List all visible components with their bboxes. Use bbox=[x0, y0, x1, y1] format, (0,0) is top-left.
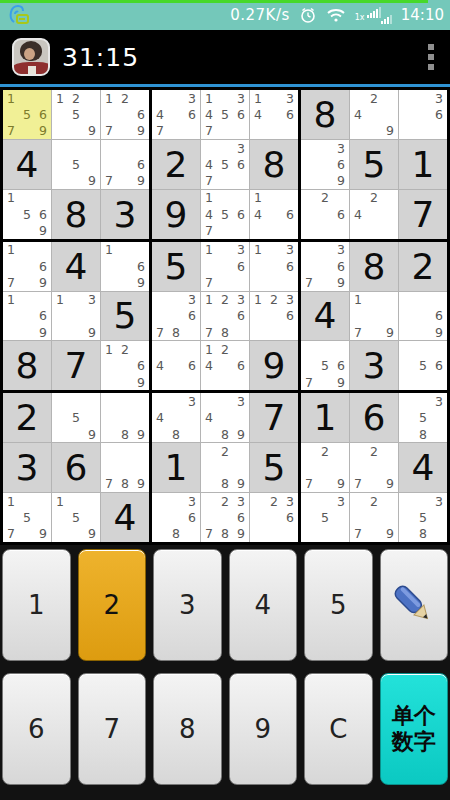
sudoku-cell-r8c7[interactable]: 279 bbox=[301, 443, 349, 492]
sudoku-cell-r2c8[interactable]: 5 bbox=[350, 140, 398, 189]
pencil-icon bbox=[387, 578, 441, 632]
sudoku-cell-r1c2[interactable]: 1259 bbox=[52, 90, 100, 139]
cell-value: 1 bbox=[301, 393, 349, 442]
sudoku-cell-r6c5[interactable]: 1246 bbox=[201, 341, 249, 390]
cell-notes: 34567 bbox=[201, 140, 249, 189]
cell-notes: 358 bbox=[399, 493, 447, 542]
sudoku-cell-r7c2[interactable]: 59 bbox=[52, 393, 100, 442]
key-label: 7 bbox=[103, 714, 120, 744]
sudoku-cell-r9c4[interactable]: 368 bbox=[152, 493, 200, 542]
sudoku-cell-r7c7[interactable]: 1 bbox=[301, 393, 349, 442]
cell-notes: 1346 bbox=[250, 90, 298, 139]
key-1[interactable]: 1 bbox=[2, 549, 71, 661]
sudoku-cell-r8c2[interactable]: 6 bbox=[52, 443, 100, 492]
sudoku-cell-r8c4[interactable]: 1 bbox=[152, 443, 200, 492]
cell-notes: 1246 bbox=[201, 341, 249, 390]
cell-value: 4 bbox=[301, 292, 349, 341]
sudoku-cell-r6c4[interactable]: 46 bbox=[152, 341, 200, 390]
cell-notes: 15679 bbox=[3, 90, 51, 139]
sudoku-cell-r7c6[interactable]: 7 bbox=[250, 393, 298, 442]
cell-notes: 3678 bbox=[152, 292, 200, 341]
sudoku-block: 259893678915791594 bbox=[3, 393, 149, 542]
sudoku-cell-r3c4[interactable]: 9 bbox=[152, 190, 200, 239]
cell-value: 5 bbox=[152, 242, 200, 291]
cell-notes: 69 bbox=[399, 292, 447, 341]
sudoku-block: 16358279279435279358 bbox=[301, 393, 447, 542]
sudoku-cell-r8c1[interactable]: 3 bbox=[3, 443, 51, 492]
cell-notes: 279 bbox=[350, 443, 398, 492]
key-9[interactable]: 9 bbox=[229, 673, 298, 785]
cell-notes: 358 bbox=[399, 393, 447, 442]
sudoku-cell-r2c3[interactable]: 679 bbox=[101, 140, 149, 189]
cell-value: 3 bbox=[3, 443, 51, 492]
sudoku-cell-r8c6[interactable]: 5 bbox=[250, 443, 298, 492]
cell-notes: 3467 bbox=[152, 90, 200, 139]
key-label: 6 bbox=[28, 714, 45, 744]
sudoku-block: 3483489712895368236789236 bbox=[152, 393, 298, 542]
sudoku-cell-r4c1[interactable]: 1679 bbox=[3, 242, 51, 291]
sudoku-cell-r5c3[interactable]: 5 bbox=[101, 292, 149, 341]
cell-notes: 348 bbox=[152, 393, 200, 442]
sudoku-cell-r3c9[interactable]: 7 bbox=[399, 190, 447, 239]
cell-notes: 123678 bbox=[201, 292, 249, 341]
sudoku-cell-r1c3[interactable]: 12679 bbox=[101, 90, 149, 139]
sudoku-block: 15679125912679459679156983 bbox=[3, 90, 149, 239]
cell-value: 4 bbox=[52, 242, 100, 291]
cell-notes: 169 bbox=[101, 242, 149, 291]
sudoku-block: 167941691691395871269 bbox=[3, 242, 149, 391]
sudoku-cell-r2c2[interactable]: 59 bbox=[52, 140, 100, 189]
cell-value: 4 bbox=[3, 140, 51, 189]
cell-value: 8 bbox=[52, 190, 100, 239]
cell-notes: 136 bbox=[250, 242, 298, 291]
cell-notes: 368 bbox=[152, 493, 200, 542]
sudoku-cell-r2c4[interactable]: 2 bbox=[152, 140, 200, 189]
cell-notes: 789 bbox=[101, 443, 149, 492]
cell-value: 6 bbox=[350, 393, 398, 442]
cell-notes: 146 bbox=[250, 190, 298, 239]
key-2[interactable]: 2 bbox=[78, 549, 147, 661]
sudoku-board: 1567912591267945967915698334671345671346… bbox=[0, 87, 450, 545]
key-label: 5 bbox=[330, 590, 347, 620]
cell-value: 7 bbox=[399, 190, 447, 239]
sudoku-cell-r5c7[interactable]: 4 bbox=[301, 292, 349, 341]
alarm-clock-icon bbox=[299, 6, 317, 24]
cell-value: 4 bbox=[399, 443, 447, 492]
sudoku-cell-r4c4[interactable]: 5 bbox=[152, 242, 200, 291]
cell-notes: 46 bbox=[152, 341, 200, 390]
cell-notes: 14567 bbox=[201, 190, 249, 239]
cell-value: 7 bbox=[250, 393, 298, 442]
key-pencil[interactable] bbox=[380, 549, 449, 661]
sudoku-cell-r7c4[interactable]: 348 bbox=[152, 393, 200, 442]
sudoku-cell-r5c1[interactable]: 169 bbox=[3, 292, 51, 341]
sudoku-cell-r4c7[interactable]: 3679 bbox=[301, 242, 349, 291]
sudoku-cell-r4c3[interactable]: 169 bbox=[101, 242, 149, 291]
cell-value: 9 bbox=[152, 190, 200, 239]
key-clear[interactable]: C bbox=[304, 673, 373, 785]
cell-notes: 1579 bbox=[3, 493, 51, 542]
progress-line bbox=[0, 0, 428, 3]
key-7[interactable]: 7 bbox=[78, 673, 147, 785]
sudoku-cell-r6c2[interactable]: 7 bbox=[52, 341, 100, 390]
cell-notes: 1236 bbox=[250, 292, 298, 341]
network-speed: 0.27K/s bbox=[230, 6, 290, 24]
cell-notes: 59 bbox=[52, 393, 100, 442]
cell-value: 8 bbox=[3, 341, 51, 390]
sudoku-cell-r5c5[interactable]: 123678 bbox=[201, 292, 249, 341]
sudoku-cell-r1c9[interactable]: 36 bbox=[399, 90, 447, 139]
cell-notes: 236789 bbox=[201, 493, 249, 542]
sudoku-cell-r7c5[interactable]: 3489 bbox=[201, 393, 249, 442]
cell-notes: 35 bbox=[301, 493, 349, 542]
cell-notes: 1367 bbox=[201, 242, 249, 291]
sudoku-cell-r1c1[interactable]: 15679 bbox=[3, 90, 51, 139]
cell-notes: 159 bbox=[52, 493, 100, 542]
sudoku-cell-r4c9[interactable]: 2 bbox=[399, 242, 447, 291]
sudoku-cell-r3c6[interactable]: 146 bbox=[250, 190, 298, 239]
cell-notes: 1259 bbox=[52, 90, 100, 139]
sudoku-cell-r3c2[interactable]: 8 bbox=[52, 190, 100, 239]
cell-notes: 279 bbox=[350, 493, 398, 542]
key-label: 8 bbox=[179, 714, 196, 744]
cell-notes: 1679 bbox=[3, 242, 51, 291]
sudoku-cell-r2c9[interactable]: 1 bbox=[399, 140, 447, 189]
sudoku-cell-r2c1[interactable]: 4 bbox=[3, 140, 51, 189]
number-keypad: 12345 6789C单个数字 bbox=[0, 545, 450, 800]
key-5[interactable]: 5 bbox=[304, 549, 373, 661]
sudoku-cell-r4c8[interactable]: 8 bbox=[350, 242, 398, 291]
sudoku-cell-r9c6[interactable]: 236 bbox=[250, 493, 298, 542]
key-label: C bbox=[329, 714, 347, 744]
sudoku-cell-r7c8[interactable]: 6 bbox=[350, 393, 398, 442]
cell-value: 2 bbox=[399, 242, 447, 291]
key-8[interactable]: 8 bbox=[153, 673, 222, 785]
cell-value: 6 bbox=[52, 443, 100, 492]
sudoku-block: 51367136367812367812364612469 bbox=[152, 242, 298, 391]
key-label: 3 bbox=[179, 590, 196, 620]
sudoku-cell-r6c1[interactable]: 8 bbox=[3, 341, 51, 390]
cell-value: 4 bbox=[101, 493, 149, 542]
app-header: 31:15 bbox=[0, 30, 450, 84]
sudoku-cell-r9c9[interactable]: 358 bbox=[399, 493, 447, 542]
cell-notes: 26 bbox=[301, 190, 349, 239]
cell-value: 8 bbox=[250, 140, 298, 189]
sudoku-cell-r5c8[interactable]: 179 bbox=[350, 292, 398, 341]
sudoku-cell-r2c5[interactable]: 34567 bbox=[201, 140, 249, 189]
cell-notes: 369 bbox=[301, 140, 349, 189]
cell-notes: 179 bbox=[350, 292, 398, 341]
sudoku-cell-r8c5[interactable]: 289 bbox=[201, 443, 249, 492]
cell-notes: 134567 bbox=[201, 90, 249, 139]
key-label: 9 bbox=[254, 714, 271, 744]
key-label: 1 bbox=[28, 590, 45, 620]
cell-value: 5 bbox=[350, 140, 398, 189]
cell-value: 3 bbox=[350, 341, 398, 390]
sudoku-cell-r1c4[interactable]: 3467 bbox=[152, 90, 200, 139]
cell-value: 2 bbox=[152, 140, 200, 189]
signal-type-label: 1x bbox=[355, 13, 365, 22]
sudoku-cell-r3c8[interactable]: 24 bbox=[350, 190, 398, 239]
sudoku-cell-r3c5[interactable]: 14567 bbox=[201, 190, 249, 239]
cell-value: 7 bbox=[52, 341, 100, 390]
sudoku-cell-r7c9[interactable]: 358 bbox=[399, 393, 447, 442]
sudoku-cell-r3c1[interactable]: 1569 bbox=[3, 190, 51, 239]
sudoku-block: 8249363695126247 bbox=[301, 90, 447, 239]
sudoku-cell-r9c2[interactable]: 159 bbox=[52, 493, 100, 542]
key-label: 单个数字 bbox=[391, 703, 438, 756]
key-4[interactable]: 4 bbox=[229, 549, 298, 661]
cell-value: 8 bbox=[301, 90, 349, 139]
overflow-menu-button[interactable] bbox=[424, 38, 438, 76]
key-3[interactable]: 3 bbox=[153, 549, 222, 661]
cell-notes: 3489 bbox=[201, 393, 249, 442]
sudoku-cell-r4c6[interactable]: 136 bbox=[250, 242, 298, 291]
key-label: 4 bbox=[254, 590, 271, 620]
wifi-icon bbox=[326, 7, 346, 23]
sudoku-cell-r9c5[interactable]: 236789 bbox=[201, 493, 249, 542]
key-6[interactable]: 6 bbox=[2, 673, 71, 785]
cell-value: 9 bbox=[250, 341, 298, 390]
sudoku-cell-r1c5[interactable]: 134567 bbox=[201, 90, 249, 139]
sudoku-cell-r8c8[interactable]: 279 bbox=[350, 443, 398, 492]
cell-notes: 679 bbox=[101, 140, 149, 189]
cell-notes: 36 bbox=[399, 90, 447, 139]
sudoku-cell-r5c4[interactable]: 3678 bbox=[152, 292, 200, 341]
sudoku-cell-r1c8[interactable]: 249 bbox=[350, 90, 398, 139]
game-timer: 31:15 bbox=[62, 43, 139, 72]
sudoku-cell-r2c6[interactable]: 8 bbox=[250, 140, 298, 189]
cell-value: 1 bbox=[152, 443, 200, 492]
sudoku-cell-r6c3[interactable]: 1269 bbox=[101, 341, 149, 390]
sudoku-cell-r6c8[interactable]: 3 bbox=[350, 341, 398, 390]
cell-value: 3 bbox=[101, 190, 149, 239]
signal-bars-icon: 1x bbox=[355, 7, 392, 24]
sudoku-cell-r8c9[interactable]: 4 bbox=[399, 443, 447, 492]
sudoku-cell-r7c3[interactable]: 89 bbox=[101, 393, 149, 442]
sudoku-cell-r7c1[interactable]: 2 bbox=[3, 393, 51, 442]
cell-notes: 1569 bbox=[3, 190, 51, 239]
cell-notes: 24 bbox=[350, 190, 398, 239]
sudoku-cell-r2c7[interactable]: 369 bbox=[301, 140, 349, 189]
clock-time: 14:10 bbox=[401, 6, 444, 24]
sudoku-cell-r6c6[interactable]: 9 bbox=[250, 341, 298, 390]
cell-notes: 3679 bbox=[301, 242, 349, 291]
cell-notes: 236 bbox=[250, 493, 298, 542]
cell-value: 5 bbox=[101, 292, 149, 341]
sudoku-cell-r9c8[interactable]: 279 bbox=[350, 493, 398, 542]
sudoku-cell-r8c3[interactable]: 789 bbox=[101, 443, 149, 492]
cell-notes: 1269 bbox=[101, 341, 149, 390]
sudoku-cell-r9c7[interactable]: 35 bbox=[301, 493, 349, 542]
key-label: 2 bbox=[103, 590, 120, 620]
cell-value: 5 bbox=[250, 443, 298, 492]
cell-notes: 249 bbox=[350, 90, 398, 139]
cell-notes: 289 bbox=[201, 443, 249, 492]
key-single-number-mode[interactable]: 单个数字 bbox=[380, 673, 449, 785]
cell-notes: 139 bbox=[52, 292, 100, 341]
sudoku-cell-r9c3[interactable]: 4 bbox=[101, 493, 149, 542]
status-bar: 0.27K/s 1x 14:10 bbox=[0, 0, 450, 30]
sudoku-cell-r6c9[interactable]: 56 bbox=[399, 341, 447, 390]
sudoku-cell-r5c9[interactable]: 69 bbox=[399, 292, 447, 341]
cell-notes: 89 bbox=[101, 393, 149, 442]
sudoku-cell-r3c7[interactable]: 26 bbox=[301, 190, 349, 239]
sudoku-cell-r4c2[interactable]: 4 bbox=[52, 242, 100, 291]
sudoku-cell-r6c7[interactable]: 5679 bbox=[301, 341, 349, 390]
cell-notes: 12679 bbox=[101, 90, 149, 139]
cell-notes: 279 bbox=[301, 443, 349, 492]
sudoku-cell-r9c1[interactable]: 1579 bbox=[3, 493, 51, 542]
cell-notes: 169 bbox=[3, 292, 51, 341]
sudoku-block: 3679824179695679356 bbox=[301, 242, 447, 391]
sudoku-block: 346713456713462345678914567146 bbox=[152, 90, 298, 239]
sudoku-cell-r1c6[interactable]: 1346 bbox=[250, 90, 298, 139]
cell-notes: 59 bbox=[52, 140, 100, 189]
sudoku-cell-r4c5[interactable]: 1367 bbox=[201, 242, 249, 291]
headset-notification-icon bbox=[6, 2, 32, 28]
cell-value: 1 bbox=[399, 140, 447, 189]
cell-value: 8 bbox=[350, 242, 398, 291]
cell-value: 2 bbox=[3, 393, 51, 442]
cell-notes: 56 bbox=[399, 341, 447, 390]
sudoku-cell-r5c6[interactable]: 1236 bbox=[250, 292, 298, 341]
sudoku-cell-r3c3[interactable]: 3 bbox=[101, 190, 149, 239]
avatar[interactable] bbox=[12, 38, 50, 76]
sudoku-cell-r5c2[interactable]: 139 bbox=[52, 292, 100, 341]
cell-notes: 5679 bbox=[301, 341, 349, 390]
sudoku-cell-r1c7[interactable]: 8 bbox=[301, 90, 349, 139]
